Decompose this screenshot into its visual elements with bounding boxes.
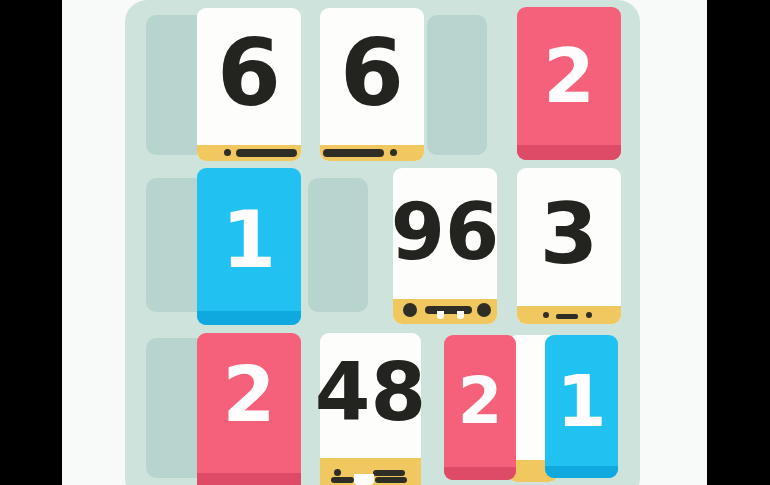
closed-eye-icon bbox=[390, 149, 397, 156]
closed-eye-icon bbox=[543, 312, 549, 318]
mouth-line-icon bbox=[556, 314, 578, 319]
tongue-notch-icon bbox=[354, 474, 374, 485]
card-6[interactable]: 6 bbox=[320, 8, 424, 161]
card-value: 6 bbox=[197, 8, 301, 139]
card-bottom-edge bbox=[197, 311, 301, 325]
card-bottom-edge bbox=[444, 467, 516, 480]
mouth-line-icon bbox=[331, 477, 354, 483]
eye-icon bbox=[477, 303, 491, 317]
closed-eye-icon bbox=[586, 312, 592, 318]
card-6[interactable]: 6 bbox=[197, 8, 301, 161]
card-value: 2 bbox=[197, 333, 301, 457]
card-foot bbox=[517, 306, 621, 324]
card-foot bbox=[197, 145, 301, 161]
eye-dash-icon bbox=[373, 470, 405, 476]
closed-eye-icon bbox=[224, 149, 231, 156]
mouth-line-icon bbox=[425, 306, 472, 314]
card-value: 2 bbox=[444, 335, 516, 467]
card-48[interactable]: 48 bbox=[320, 333, 421, 485]
eye-icon bbox=[403, 303, 417, 317]
threes-board[interactable]: 6 6 2 1 96 3 bbox=[125, 0, 640, 485]
mouth-line-icon bbox=[236, 149, 297, 157]
card-value: 3 bbox=[517, 168, 621, 300]
card-value: 96 bbox=[393, 168, 497, 295]
mouth-line-icon bbox=[323, 149, 384, 157]
card-value: 1 bbox=[545, 335, 618, 466]
card-value: 1 bbox=[197, 168, 301, 311]
card-1[interactable]: 1 bbox=[197, 168, 301, 325]
card-value: 6 bbox=[320, 8, 424, 139]
card-bottom-edge bbox=[545, 466, 618, 478]
eye-icon bbox=[334, 469, 341, 476]
card-bottom-edge bbox=[517, 145, 621, 160]
game-screen: 6 6 2 1 96 3 bbox=[62, 0, 707, 485]
empty-cell bbox=[427, 15, 487, 155]
card-3[interactable]: 3 bbox=[517, 168, 621, 324]
card-value: 2 bbox=[517, 7, 621, 145]
empty-cell bbox=[308, 178, 368, 312]
card-1-merging[interactable]: 1 bbox=[545, 335, 618, 478]
fang-icon bbox=[457, 311, 464, 319]
card-2[interactable]: 2 bbox=[517, 7, 621, 160]
card-foot bbox=[320, 458, 421, 485]
card-bottom-edge bbox=[197, 473, 301, 485]
card-foot bbox=[393, 299, 497, 324]
threes-screenshot: 6 6 2 1 96 3 bbox=[0, 0, 770, 485]
card-96[interactable]: 96 bbox=[393, 168, 497, 324]
card-foot bbox=[320, 145, 424, 161]
card-2-merging[interactable]: 2 bbox=[444, 335, 516, 480]
card-2[interactable]: 2 bbox=[197, 333, 301, 485]
card-value: 48 bbox=[320, 333, 421, 452]
fang-icon bbox=[437, 311, 444, 319]
mouth-line-icon bbox=[375, 477, 407, 483]
